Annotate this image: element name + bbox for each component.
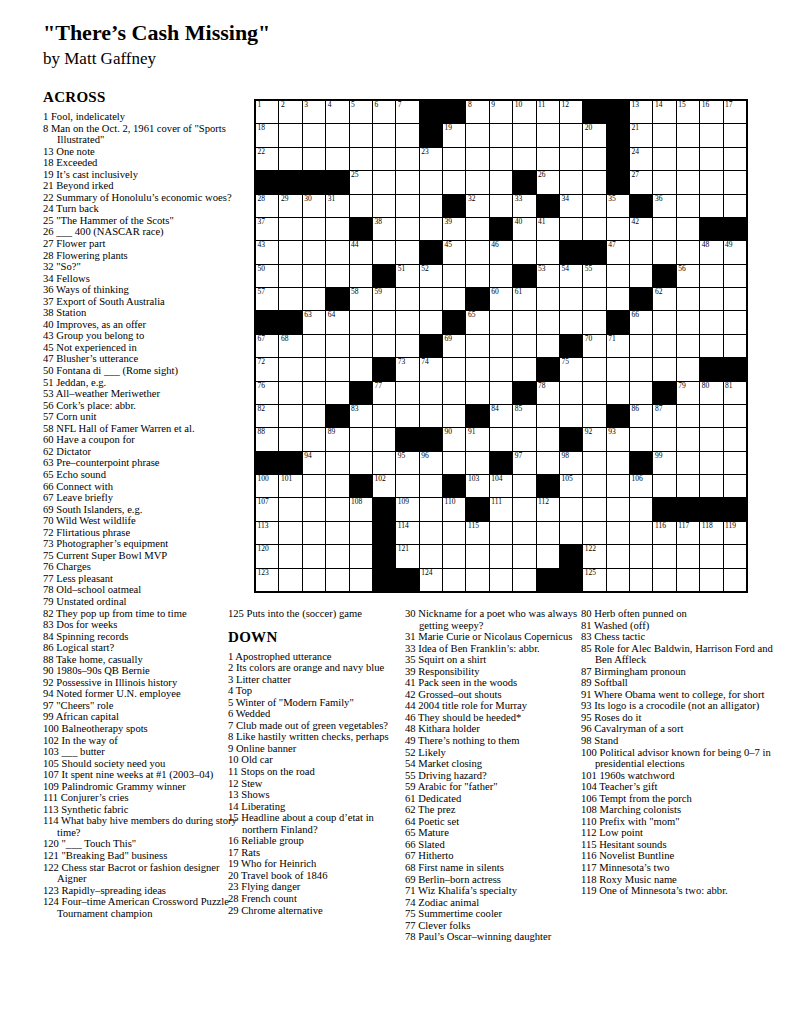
- grid-cell[interactable]: 62: [653, 288, 675, 310]
- grid-cell[interactable]: [513, 475, 535, 497]
- grid-cell[interactable]: [653, 241, 675, 263]
- grid-cell[interactable]: [279, 288, 301, 310]
- grid-cell[interactable]: 25: [350, 171, 372, 193]
- grid-cell[interactable]: [724, 124, 746, 146]
- grid-cell[interactable]: 85: [513, 405, 535, 427]
- grid-cell[interactable]: [490, 382, 512, 404]
- grid-cell[interactable]: 95: [396, 452, 418, 474]
- grid-cell[interactable]: [420, 171, 442, 193]
- grid-cell[interactable]: [490, 358, 512, 380]
- grid-cell[interactable]: [279, 358, 301, 380]
- grid-cell[interactable]: [279, 148, 301, 170]
- grid-cell[interactable]: [677, 335, 699, 357]
- grid-cell[interactable]: [396, 171, 418, 193]
- grid-cell[interactable]: 119: [724, 522, 746, 544]
- grid-cell[interactable]: 71: [607, 335, 629, 357]
- grid-cell[interactable]: 59: [373, 288, 395, 310]
- grid-cell[interactable]: [490, 148, 512, 170]
- grid-cell[interactable]: [303, 358, 325, 380]
- grid-cell[interactable]: [373, 335, 395, 357]
- grid-cell[interactable]: 89: [326, 428, 348, 450]
- grid-cell[interactable]: [700, 288, 722, 310]
- grid-cell[interactable]: [466, 358, 488, 380]
- grid-cell[interactable]: 73: [396, 358, 418, 380]
- grid-cell[interactable]: [326, 475, 348, 497]
- grid-cell[interactable]: [443, 382, 465, 404]
- grid-cell[interactable]: [700, 452, 722, 474]
- grid-cell[interactable]: 19: [443, 124, 465, 146]
- grid-cell[interactable]: [537, 405, 559, 427]
- grid-cell[interactable]: [326, 218, 348, 240]
- grid-cell[interactable]: 43: [256, 241, 278, 263]
- grid-cell[interactable]: [326, 452, 348, 474]
- grid-cell[interactable]: 38: [373, 218, 395, 240]
- grid-cell[interactable]: 15: [677, 101, 699, 123]
- grid-cell[interactable]: 79: [677, 382, 699, 404]
- grid-cell[interactable]: [350, 545, 372, 567]
- grid-cell[interactable]: 120: [256, 545, 278, 567]
- grid-cell[interactable]: [653, 218, 675, 240]
- grid-cell[interactable]: [677, 288, 699, 310]
- grid-cell[interactable]: 83: [350, 405, 372, 427]
- grid-cell[interactable]: [326, 335, 348, 357]
- grid-cell[interactable]: 112: [537, 498, 559, 520]
- grid-cell[interactable]: [607, 218, 629, 240]
- grid-cell[interactable]: [396, 241, 418, 263]
- grid-cell[interactable]: [560, 148, 582, 170]
- grid-cell[interactable]: [560, 288, 582, 310]
- grid-cell[interactable]: [303, 265, 325, 287]
- grid-cell[interactable]: 66: [630, 311, 652, 333]
- grid-cell[interactable]: 78: [537, 382, 559, 404]
- grid-cell[interactable]: 109: [396, 498, 418, 520]
- grid-cell[interactable]: [490, 545, 512, 567]
- grid-cell[interactable]: [677, 241, 699, 263]
- grid-cell[interactable]: 11: [537, 101, 559, 123]
- grid-cell[interactable]: [630, 382, 652, 404]
- grid-cell[interactable]: [443, 265, 465, 287]
- grid-cell[interactable]: [724, 569, 746, 591]
- grid-cell[interactable]: [630, 241, 652, 263]
- grid-cell[interactable]: 21: [630, 124, 652, 146]
- grid-cell[interactable]: [724, 288, 746, 310]
- grid-cell[interactable]: 7: [396, 101, 418, 123]
- grid-cell[interactable]: 22: [256, 148, 278, 170]
- grid-cell[interactable]: [303, 498, 325, 520]
- grid-cell[interactable]: [583, 498, 605, 520]
- grid-cell[interactable]: [303, 241, 325, 263]
- grid-cell[interactable]: [396, 405, 418, 427]
- grid-cell[interactable]: [350, 358, 372, 380]
- grid-cell[interactable]: [724, 405, 746, 427]
- grid-cell[interactable]: [583, 195, 605, 217]
- grid-cell[interactable]: [513, 498, 535, 520]
- grid-cell[interactable]: 36: [653, 195, 675, 217]
- grid-cell[interactable]: 104: [490, 475, 512, 497]
- grid-cell[interactable]: 26: [537, 171, 559, 193]
- grid-cell[interactable]: [443, 522, 465, 544]
- grid-cell[interactable]: 107: [256, 498, 278, 520]
- grid-cell[interactable]: 51: [396, 265, 418, 287]
- grid-cell[interactable]: [583, 218, 605, 240]
- grid-cell[interactable]: [653, 428, 675, 450]
- grid-cell[interactable]: [607, 358, 629, 380]
- grid-cell[interactable]: [700, 428, 722, 450]
- grid-cell[interactable]: [466, 148, 488, 170]
- grid-cell[interactable]: 115: [466, 522, 488, 544]
- grid-cell[interactable]: 33: [513, 195, 535, 217]
- grid-cell[interactable]: [466, 171, 488, 193]
- grid-cell[interactable]: 99: [653, 452, 675, 474]
- grid-cell[interactable]: [326, 124, 348, 146]
- grid-cell[interactable]: [279, 498, 301, 520]
- grid-cell[interactable]: [560, 522, 582, 544]
- grid-cell[interactable]: [396, 475, 418, 497]
- grid-cell[interactable]: [303, 218, 325, 240]
- grid-cell[interactable]: [279, 241, 301, 263]
- grid-cell[interactable]: [443, 148, 465, 170]
- grid-cell[interactable]: [279, 522, 301, 544]
- grid-cell[interactable]: [420, 498, 442, 520]
- grid-cell[interactable]: [653, 148, 675, 170]
- grid-cell[interactable]: [279, 569, 301, 591]
- grid-cell[interactable]: [350, 335, 372, 357]
- grid-cell[interactable]: [303, 405, 325, 427]
- grid-cell[interactable]: [303, 148, 325, 170]
- grid-cell[interactable]: [677, 358, 699, 380]
- grid-cell[interactable]: [466, 569, 488, 591]
- grid-cell[interactable]: [466, 382, 488, 404]
- grid-cell[interactable]: [303, 475, 325, 497]
- grid-cell[interactable]: [420, 405, 442, 427]
- grid-cell[interactable]: [583, 148, 605, 170]
- grid-cell[interactable]: [630, 522, 652, 544]
- grid-cell[interactable]: [537, 452, 559, 474]
- grid-cell[interactable]: 4: [326, 101, 348, 123]
- grid-cell[interactable]: [279, 218, 301, 240]
- grid-cell[interactable]: 65: [466, 311, 488, 333]
- grid-cell[interactable]: [513, 428, 535, 450]
- grid-cell[interactable]: [303, 522, 325, 544]
- grid-cell[interactable]: 103: [466, 475, 488, 497]
- grid-cell[interactable]: 86: [630, 405, 652, 427]
- grid-cell[interactable]: [700, 311, 722, 333]
- grid-cell[interactable]: [724, 428, 746, 450]
- grid-cell[interactable]: [630, 265, 652, 287]
- grid-cell[interactable]: [350, 265, 372, 287]
- grid-cell[interactable]: 41: [537, 218, 559, 240]
- grid-cell[interactable]: [583, 311, 605, 333]
- grid-cell[interactable]: [420, 288, 442, 310]
- grid-cell[interactable]: [560, 171, 582, 193]
- grid-cell[interactable]: 118: [700, 522, 722, 544]
- grid-cell[interactable]: [583, 288, 605, 310]
- grid-cell[interactable]: 45: [443, 241, 465, 263]
- grid-cell[interactable]: [373, 428, 395, 450]
- grid-cell[interactable]: 9: [490, 101, 512, 123]
- grid-cell[interactable]: [537, 311, 559, 333]
- grid-cell[interactable]: [279, 124, 301, 146]
- grid-cell[interactable]: [396, 148, 418, 170]
- grid-cell[interactable]: [279, 545, 301, 567]
- grid-cell[interactable]: 72: [256, 358, 278, 380]
- grid-cell[interactable]: 100: [256, 475, 278, 497]
- grid-cell[interactable]: [607, 452, 629, 474]
- grid-cell[interactable]: [653, 171, 675, 193]
- grid-cell[interactable]: 12: [560, 101, 582, 123]
- grid-cell[interactable]: [303, 124, 325, 146]
- grid-cell[interactable]: [700, 265, 722, 287]
- grid-cell[interactable]: 20: [583, 124, 605, 146]
- grid-cell[interactable]: [700, 569, 722, 591]
- grid-cell[interactable]: 69: [443, 335, 465, 357]
- grid-cell[interactable]: [303, 545, 325, 567]
- grid-cell[interactable]: [490, 428, 512, 450]
- grid-cell[interactable]: [373, 171, 395, 193]
- grid-cell[interactable]: [700, 545, 722, 567]
- grid-cell[interactable]: [677, 195, 699, 217]
- grid-cell[interactable]: [630, 428, 652, 450]
- grid-cell[interactable]: [420, 475, 442, 497]
- grid-cell[interactable]: 42: [630, 218, 652, 240]
- grid-cell[interactable]: 60: [490, 288, 512, 310]
- grid-cell[interactable]: [724, 475, 746, 497]
- grid-cell[interactable]: [607, 522, 629, 544]
- grid-cell[interactable]: [326, 358, 348, 380]
- grid-cell[interactable]: [466, 545, 488, 567]
- grid-cell[interactable]: 17: [724, 101, 746, 123]
- grid-cell[interactable]: [490, 171, 512, 193]
- grid-cell[interactable]: 5: [350, 101, 372, 123]
- grid-cell[interactable]: 58: [350, 288, 372, 310]
- grid-cell[interactable]: 70: [583, 335, 605, 357]
- grid-cell[interactable]: 94: [303, 452, 325, 474]
- grid-cell[interactable]: [583, 382, 605, 404]
- grid-cell[interactable]: 55: [583, 265, 605, 287]
- grid-cell[interactable]: [326, 148, 348, 170]
- grid-cell[interactable]: 16: [700, 101, 722, 123]
- grid-cell[interactable]: [443, 288, 465, 310]
- grid-cell[interactable]: 117: [677, 522, 699, 544]
- grid-cell[interactable]: 124: [420, 569, 442, 591]
- grid-cell[interactable]: [396, 382, 418, 404]
- grid-cell[interactable]: [373, 148, 395, 170]
- grid-cell[interactable]: [490, 522, 512, 544]
- grid-cell[interactable]: [583, 452, 605, 474]
- grid-cell[interactable]: [303, 382, 325, 404]
- grid-cell[interactable]: 75: [560, 358, 582, 380]
- grid-cell[interactable]: 6: [373, 101, 395, 123]
- grid-cell[interactable]: 76: [256, 382, 278, 404]
- grid-cell[interactable]: [607, 569, 629, 591]
- grid-cell[interactable]: [560, 405, 582, 427]
- grid-cell[interactable]: 87: [653, 405, 675, 427]
- grid-cell[interactable]: [537, 288, 559, 310]
- grid-cell[interactable]: [630, 569, 652, 591]
- grid-cell[interactable]: [466, 124, 488, 146]
- grid-cell[interactable]: [677, 545, 699, 567]
- grid-cell[interactable]: [677, 311, 699, 333]
- grid-cell[interactable]: [724, 195, 746, 217]
- grid-cell[interactable]: [443, 452, 465, 474]
- grid-cell[interactable]: [583, 522, 605, 544]
- grid-cell[interactable]: [443, 358, 465, 380]
- grid-cell[interactable]: 84: [490, 405, 512, 427]
- grid-cell[interactable]: [724, 311, 746, 333]
- grid-cell[interactable]: 106: [630, 475, 652, 497]
- grid-cell[interactable]: [373, 405, 395, 427]
- grid-cell[interactable]: [513, 569, 535, 591]
- grid-cell[interactable]: [373, 124, 395, 146]
- grid-cell[interactable]: [420, 218, 442, 240]
- grid-cell[interactable]: 29: [279, 195, 301, 217]
- grid-cell[interactable]: [466, 265, 488, 287]
- grid-cell[interactable]: [466, 241, 488, 263]
- grid-cell[interactable]: [490, 311, 512, 333]
- grid-cell[interactable]: [350, 452, 372, 474]
- grid-cell[interactable]: 108: [350, 498, 372, 520]
- grid-cell[interactable]: [724, 545, 746, 567]
- grid-cell[interactable]: [303, 428, 325, 450]
- grid-cell[interactable]: 102: [373, 475, 395, 497]
- grid-cell[interactable]: [583, 171, 605, 193]
- grid-cell[interactable]: [653, 311, 675, 333]
- grid-cell[interactable]: [420, 522, 442, 544]
- grid-cell[interactable]: [350, 195, 372, 217]
- grid-cell[interactable]: [490, 124, 512, 146]
- grid-cell[interactable]: [420, 545, 442, 567]
- grid-cell[interactable]: 64: [326, 311, 348, 333]
- grid-cell[interactable]: [513, 545, 535, 567]
- grid-cell[interactable]: [490, 265, 512, 287]
- grid-cell[interactable]: 1: [256, 101, 278, 123]
- grid-cell[interactable]: [537, 428, 559, 450]
- grid-cell[interactable]: [513, 124, 535, 146]
- grid-cell[interactable]: 92: [583, 428, 605, 450]
- grid-cell[interactable]: [490, 335, 512, 357]
- grid-cell[interactable]: [443, 405, 465, 427]
- grid-cell[interactable]: [677, 124, 699, 146]
- grid-cell[interactable]: 121: [396, 545, 418, 567]
- grid-cell[interactable]: [396, 195, 418, 217]
- grid-cell[interactable]: 54: [560, 265, 582, 287]
- grid-cell[interactable]: [560, 124, 582, 146]
- grid-cell[interactable]: 57: [256, 288, 278, 310]
- grid-cell[interactable]: [326, 265, 348, 287]
- grid-cell[interactable]: [607, 475, 629, 497]
- grid-cell[interactable]: [420, 195, 442, 217]
- grid-cell[interactable]: 125: [583, 569, 605, 591]
- grid-cell[interactable]: [373, 241, 395, 263]
- grid-cell[interactable]: [677, 405, 699, 427]
- grid-cell[interactable]: [583, 358, 605, 380]
- grid-cell[interactable]: [420, 311, 442, 333]
- grid-cell[interactable]: 61: [513, 288, 535, 310]
- grid-cell[interactable]: [303, 569, 325, 591]
- grid-cell[interactable]: [279, 405, 301, 427]
- grid-cell[interactable]: [653, 335, 675, 357]
- grid-cell[interactable]: [560, 498, 582, 520]
- grid-cell[interactable]: 93: [607, 428, 629, 450]
- grid-cell[interactable]: [607, 265, 629, 287]
- grid-cell[interactable]: [326, 569, 348, 591]
- grid-cell[interactable]: 114: [396, 522, 418, 544]
- grid-cell[interactable]: 39: [443, 218, 465, 240]
- grid-cell[interactable]: [653, 358, 675, 380]
- grid-cell[interactable]: 98: [560, 452, 582, 474]
- grid-cell[interactable]: [279, 265, 301, 287]
- grid-cell[interactable]: [630, 358, 652, 380]
- grid-cell[interactable]: 52: [420, 265, 442, 287]
- grid-cell[interactable]: 74: [420, 358, 442, 380]
- grid-cell[interactable]: 35: [607, 195, 629, 217]
- grid-cell[interactable]: [279, 382, 301, 404]
- grid-cell[interactable]: [373, 452, 395, 474]
- grid-cell[interactable]: [677, 452, 699, 474]
- grid-cell[interactable]: [513, 358, 535, 380]
- grid-cell[interactable]: 105: [560, 475, 582, 497]
- grid-cell[interactable]: 44: [350, 241, 372, 263]
- grid-cell[interactable]: [700, 171, 722, 193]
- grid-cell[interactable]: [443, 569, 465, 591]
- grid-cell[interactable]: [326, 382, 348, 404]
- grid-cell[interactable]: 80: [700, 382, 722, 404]
- grid-cell[interactable]: [350, 148, 372, 170]
- grid-cell[interactable]: 14: [653, 101, 675, 123]
- grid-cell[interactable]: [607, 382, 629, 404]
- grid-cell[interactable]: 96: [420, 452, 442, 474]
- grid-cell[interactable]: [537, 124, 559, 146]
- grid-cell[interactable]: [653, 545, 675, 567]
- grid-cell[interactable]: [420, 382, 442, 404]
- grid-cell[interactable]: [396, 335, 418, 357]
- grid-cell[interactable]: [700, 195, 722, 217]
- grid-cell[interactable]: 49: [724, 241, 746, 263]
- grid-cell[interactable]: 24: [630, 148, 652, 170]
- grid-cell[interactable]: [326, 522, 348, 544]
- grid-cell[interactable]: [677, 218, 699, 240]
- grid-cell[interactable]: 81: [724, 382, 746, 404]
- grid-cell[interactable]: [630, 335, 652, 357]
- grid-cell[interactable]: 123: [256, 569, 278, 591]
- grid-cell[interactable]: [350, 522, 372, 544]
- grid-cell[interactable]: [560, 382, 582, 404]
- grid-cell[interactable]: 47: [607, 241, 629, 263]
- grid-cell[interactable]: 2: [279, 101, 301, 123]
- grid-cell[interactable]: [396, 124, 418, 146]
- grid-cell[interactable]: 77: [373, 382, 395, 404]
- grid-cell[interactable]: [607, 288, 629, 310]
- grid-cell[interactable]: 101: [279, 475, 301, 497]
- grid-cell[interactable]: [490, 195, 512, 217]
- grid-cell[interactable]: 113: [256, 522, 278, 544]
- grid-cell[interactable]: [466, 218, 488, 240]
- grid-cell[interactable]: [373, 311, 395, 333]
- grid-cell[interactable]: [303, 335, 325, 357]
- grid-cell[interactable]: [537, 522, 559, 544]
- grid-cell[interactable]: 46: [490, 241, 512, 263]
- grid-cell[interactable]: [537, 545, 559, 567]
- grid-cell[interactable]: [560, 218, 582, 240]
- grid-cell[interactable]: 32: [466, 195, 488, 217]
- grid-cell[interactable]: 37: [256, 218, 278, 240]
- grid-cell[interactable]: [537, 148, 559, 170]
- grid-cell[interactable]: [630, 498, 652, 520]
- grid-cell[interactable]: [724, 148, 746, 170]
- grid-cell[interactable]: 34: [560, 195, 582, 217]
- grid-cell[interactable]: [466, 452, 488, 474]
- grid-cell[interactable]: [560, 311, 582, 333]
